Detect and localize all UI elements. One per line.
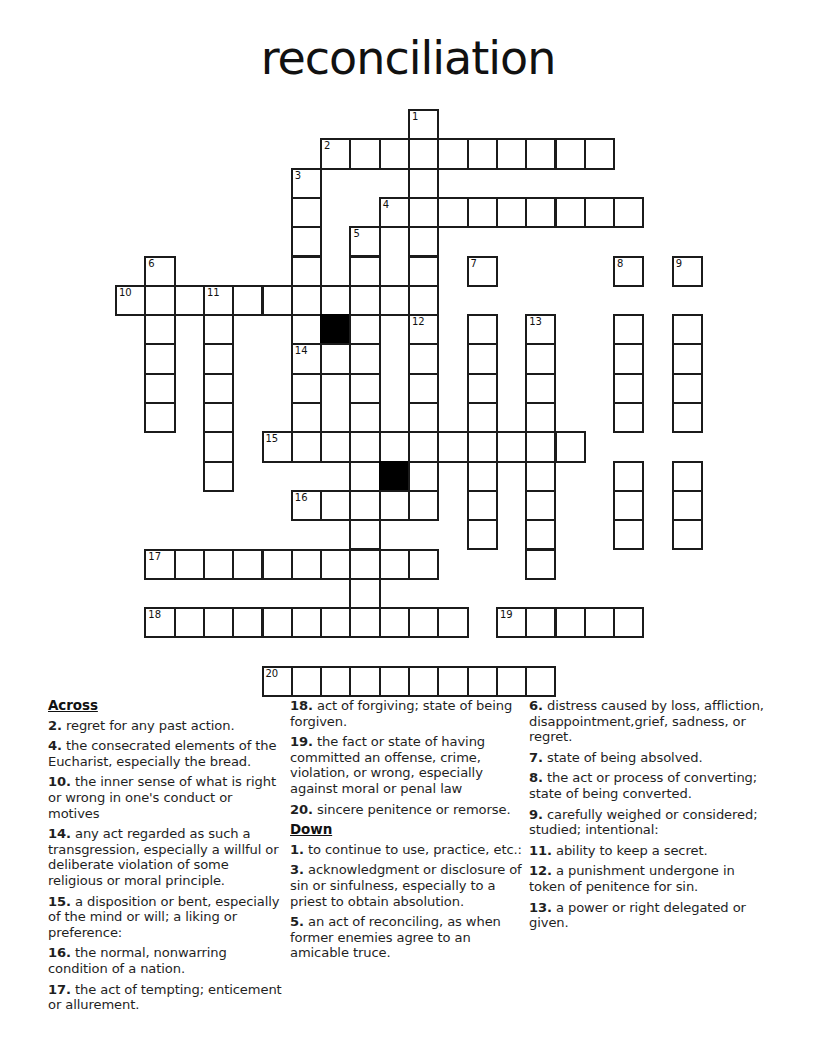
grid-cell[interactable] [467, 519, 498, 550]
grid-cell[interactable] [584, 138, 615, 169]
grid-cell[interactable] [174, 549, 205, 580]
clue-across-4: 4. the consecrated elements of the Eucha… [48, 738, 286, 769]
grid-cell[interactable]: 14 [291, 343, 322, 374]
grid-cell[interactable] [320, 343, 351, 374]
grid-cell[interactable] [349, 285, 380, 316]
grid-cell[interactable] [555, 607, 586, 638]
grid-cell[interactable] [144, 314, 175, 345]
clue-number: 16 [295, 492, 308, 504]
clue-number: 1 [412, 111, 418, 123]
clue-number: 9 [676, 258, 682, 270]
grid-cell[interactable] [437, 607, 468, 638]
grid-cell[interactable] [408, 285, 439, 316]
grid-cell[interactable] [291, 431, 322, 462]
clue-across-15: 15. a disposition or bent, especially of… [48, 894, 286, 941]
grid-cell[interactable] [203, 549, 234, 580]
grid-cell[interactable] [437, 431, 468, 462]
grid-cell[interactable] [408, 373, 439, 404]
clue-column-2: 18. act of forgiving; state of being for… [290, 698, 530, 966]
grid-cell[interactable] [467, 490, 498, 521]
clue-number: 20 [266, 668, 279, 680]
grid-cell[interactable] [467, 314, 498, 345]
grid-cell[interactable] [555, 138, 586, 169]
puzzle-title: reconciliation [0, 30, 816, 86]
grid-cell[interactable] [408, 168, 439, 199]
grid-cell[interactable]: 10 [115, 285, 146, 316]
clue-number: 18 [148, 609, 161, 621]
page: reconciliation 1234567891011121314151617… [0, 0, 816, 1056]
grid-cell[interactable] [467, 666, 498, 697]
grid-cell[interactable] [144, 343, 175, 374]
grid-cell[interactable] [379, 431, 410, 462]
clue-down-1: 1. to continue to use, practice, etc.: [290, 842, 530, 858]
grid-cell[interactable] [408, 461, 439, 492]
grid-cell[interactable]: 18 [144, 607, 175, 638]
grid-cell[interactable] [144, 285, 175, 316]
grid-cell[interactable] [613, 402, 644, 433]
grid-cell[interactable] [525, 607, 556, 638]
grid-cell[interactable] [291, 666, 322, 697]
grid-cell[interactable] [174, 285, 205, 316]
grid-cell[interactable] [672, 373, 703, 404]
grid-cell[interactable] [437, 197, 468, 228]
grid-cell[interactable] [349, 607, 380, 638]
grid-cell[interactable] [320, 607, 351, 638]
grid-cell[interactable] [349, 666, 380, 697]
grid-cell[interactable]: 8 [613, 256, 644, 287]
grid-cell[interactable] [672, 314, 703, 345]
clue-down-3: 3. acknowledgment or disclosure of sin o… [290, 862, 530, 909]
grid-cell[interactable] [408, 402, 439, 433]
grid-cell[interactable] [613, 373, 644, 404]
grid-cell[interactable] [174, 607, 205, 638]
clue-across-20: 20. sincere penitence or remorse. [290, 802, 530, 818]
grid-cell[interactable] [525, 490, 556, 521]
grid-cell[interactable] [203, 607, 234, 638]
black-cell [320, 314, 351, 345]
clue-down-7: 7. state of being absolved. [529, 750, 772, 766]
grid-cell[interactable] [613, 197, 644, 228]
grid-cell[interactable] [525, 197, 556, 228]
grid-cell[interactable] [672, 519, 703, 550]
grid-cell[interactable] [437, 138, 468, 169]
clue-across-2: 2. regret for any past action. [48, 718, 286, 734]
grid-cell[interactable] [672, 490, 703, 521]
grid-cell[interactable] [408, 431, 439, 462]
grid-cell[interactable]: 12 [408, 314, 439, 345]
grid-cell[interactable] [262, 285, 293, 316]
grid-cell[interactable] [262, 549, 293, 580]
grid-cell[interactable] [555, 431, 586, 462]
clue-number: 3 [295, 170, 301, 182]
grid-cell[interactable] [320, 666, 351, 697]
down-header: Down [290, 822, 530, 838]
grid-cell[interactable] [144, 373, 175, 404]
grid-cell[interactable] [291, 373, 322, 404]
grid-cell[interactable] [437, 666, 468, 697]
grid-cell[interactable] [525, 431, 556, 462]
grid-cell[interactable] [320, 431, 351, 462]
grid-cell[interactable] [379, 666, 410, 697]
clue-number: 13 [529, 316, 542, 328]
grid-cell[interactable]: 3 [291, 168, 322, 199]
clue-number: 6 [148, 258, 154, 270]
grid-cell[interactable] [525, 666, 556, 697]
grid-cell[interactable] [379, 285, 410, 316]
grid-cell[interactable] [496, 197, 527, 228]
grid-cell[interactable] [467, 138, 498, 169]
grid-cell[interactable] [379, 549, 410, 580]
grid-cell[interactable] [496, 138, 527, 169]
clue-column-1: Across2. regret for any past action.4. t… [48, 698, 286, 1018]
clue-number: 14 [295, 345, 308, 357]
grid-cell[interactable] [408, 549, 439, 580]
grid-cell[interactable]: 6 [144, 256, 175, 287]
grid-cell[interactable] [320, 285, 351, 316]
clue-number: 5 [353, 228, 359, 240]
grid-cell[interactable] [379, 138, 410, 169]
grid-cell[interactable]: 20 [262, 666, 293, 697]
grid-cell[interactable] [379, 607, 410, 638]
grid-cell[interactable] [613, 607, 644, 638]
grid-cell[interactable] [349, 314, 380, 345]
grid-cell[interactable] [408, 490, 439, 521]
grid-cell[interactable] [584, 197, 615, 228]
grid-cell[interactable]: 2 [320, 138, 351, 169]
grid-cell[interactable] [232, 607, 263, 638]
grid-cell[interactable]: 11 [203, 285, 234, 316]
grid-cell[interactable] [291, 285, 322, 316]
clue-column-3: 6. distress caused by loss, affliction, … [529, 698, 772, 936]
grid-cell[interactable] [349, 373, 380, 404]
clue-number: 2 [324, 140, 330, 152]
grid-cell[interactable] [349, 402, 380, 433]
grid-cell[interactable] [467, 343, 498, 374]
grid-cell[interactable] [203, 343, 234, 374]
clue-number: 17 [148, 551, 161, 563]
grid-cell[interactable] [467, 197, 498, 228]
grid-cell[interactable] [467, 431, 498, 462]
black-cell [379, 461, 410, 492]
grid-cell[interactable]: 16 [291, 490, 322, 521]
grid-cell[interactable]: 9 [672, 256, 703, 287]
grid-cell[interactable] [262, 607, 293, 638]
grid-cell[interactable]: 7 [467, 256, 498, 287]
grid-cell[interactable] [232, 549, 263, 580]
grid-cell[interactable] [203, 461, 234, 492]
grid-cell[interactable] [467, 461, 498, 492]
clue-down-13: 13. a power or right delegated or given. [529, 900, 772, 931]
grid-cell[interactable] [613, 343, 644, 374]
grid-cell[interactable] [584, 607, 615, 638]
grid-cell[interactable] [613, 314, 644, 345]
grid-cell[interactable] [203, 314, 234, 345]
grid-cell[interactable] [379, 226, 410, 287]
grid-cell[interactable] [320, 490, 351, 521]
clue-down-11: 11. ability to keep a secret. [529, 843, 772, 859]
grid-cell[interactable] [349, 138, 380, 169]
grid-cell[interactable] [467, 402, 498, 433]
grid-cell[interactable] [232, 285, 263, 316]
clue-number: 10 [119, 287, 132, 299]
across-header: Across [48, 698, 286, 714]
clue-number: 4 [383, 199, 389, 211]
grid-cell[interactable] [408, 256, 439, 287]
clue-across-17: 17. the act of tempting; enticement or a… [48, 982, 286, 1013]
grid-cell[interactable] [291, 314, 322, 345]
grid-cell[interactable] [408, 607, 439, 638]
grid-cell[interactable]: 19 [496, 607, 527, 638]
grid-cell[interactable] [525, 343, 556, 374]
clue-down-5: 5. an act of reconciling, as when former… [290, 914, 530, 961]
clue-down-8: 8. the act or process of converting; sta… [529, 770, 772, 801]
grid-cell[interactable] [349, 256, 380, 287]
grid-cell[interactable] [613, 490, 644, 521]
clue-across-14: 14. any act regarded as such a transgres… [48, 826, 286, 888]
grid-cell[interactable] [408, 343, 439, 374]
grid-cell[interactable] [349, 490, 380, 521]
grid-cell[interactable] [291, 402, 322, 433]
clue-down-9: 9. carefully weighed or considered; stud… [529, 807, 772, 838]
clue-across-10: 10. the inner sense of what is right or … [48, 774, 286, 821]
grid-cell[interactable] [349, 343, 380, 374]
grid-cell[interactable]: 17 [144, 549, 175, 580]
grid-cell[interactable] [144, 402, 175, 433]
clue-number: 15 [266, 433, 279, 445]
clue-number: 12 [412, 316, 425, 328]
clue-across-19: 19. the fact or state of having committe… [290, 734, 530, 796]
grid-cell[interactable] [291, 226, 322, 257]
clue-down-6: 6. distress caused by loss, affliction, … [529, 698, 772, 745]
grid-cell[interactable] [525, 373, 556, 404]
grid-cell[interactable] [349, 578, 380, 609]
grid-cell[interactable] [349, 519, 380, 550]
grid-cell[interactable] [672, 461, 703, 492]
grid-cell[interactable] [525, 402, 556, 433]
clue-across-18: 18. act of forgiving; state of being for… [290, 698, 530, 729]
grid-cell[interactable] [203, 402, 234, 433]
clue-number: 7 [471, 258, 477, 270]
grid-cell[interactable] [555, 197, 586, 228]
grid-cell[interactable] [349, 549, 380, 580]
grid-cell[interactable] [467, 373, 498, 404]
grid-cell[interactable] [525, 461, 556, 492]
grid-cell[interactable] [525, 519, 556, 550]
grid-cell[interactable]: 4 [379, 197, 410, 228]
grid-cell[interactable] [291, 607, 322, 638]
grid-cell[interactable] [320, 549, 351, 580]
grid-cell[interactable] [496, 431, 527, 462]
grid-cell[interactable] [291, 197, 322, 228]
grid-cell[interactable] [525, 549, 556, 580]
grid-cell[interactable] [613, 519, 644, 550]
grid-cell[interactable] [408, 666, 439, 697]
grid-cell[interactable] [672, 343, 703, 374]
grid-cell[interactable] [408, 226, 439, 257]
grid-cell[interactable] [613, 461, 644, 492]
grid-cell[interactable]: 5 [349, 226, 380, 257]
grid-cell[interactable]: 1 [408, 109, 439, 140]
grid-cell[interactable] [408, 138, 439, 169]
grid-cell[interactable] [672, 402, 703, 433]
grid-cell[interactable] [203, 431, 234, 462]
grid-cell[interactable] [349, 431, 380, 462]
clue-number: 11 [207, 287, 220, 299]
grid-cell[interactable]: 13 [525, 314, 556, 345]
grid-cell[interactable] [496, 666, 527, 697]
clue-number: 8 [617, 258, 623, 270]
clue-down-12: 12. a punishment undergone in token of p… [529, 863, 772, 894]
clue-number: 19 [500, 609, 513, 621]
grid-cell[interactable] [291, 256, 322, 287]
clue-across-16: 16. the normal, nonwarring condition of … [48, 945, 286, 976]
grid-cell[interactable]: 15 [262, 431, 293, 462]
crossword-grid: 1234567891011121314151617181920 [116, 110, 704, 698]
grid-cell[interactable] [408, 197, 439, 228]
grid-cell[interactable] [525, 138, 556, 169]
grid-cell[interactable] [379, 490, 410, 521]
grid-cell[interactable] [203, 373, 234, 404]
grid-cell[interactable] [291, 549, 322, 580]
grid-cell[interactable] [349, 461, 380, 492]
